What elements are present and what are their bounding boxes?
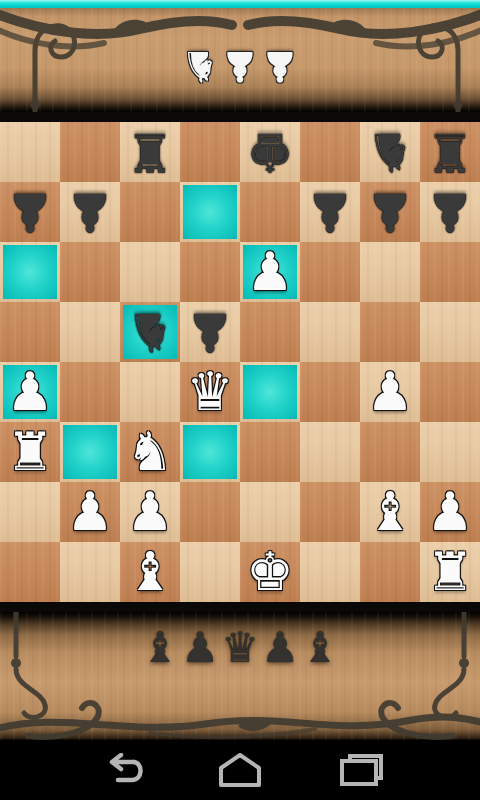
square-c5[interactable]: ♞ [120, 302, 180, 362]
square-c4[interactable] [120, 362, 180, 422]
square-e5[interactable] [240, 302, 300, 362]
move-highlight-a6 [3, 245, 57, 299]
piece-white-rook-a3[interactable]: ♜ [0, 422, 60, 482]
recents-button[interactable] [337, 753, 385, 787]
piece-white-rook-h1[interactable]: ♜ [420, 542, 480, 602]
square-a3[interactable]: ♜ [0, 422, 60, 482]
piece-white-knight-c3[interactable]: ♞ [120, 422, 180, 482]
square-h8[interactable]: ♜ [420, 122, 480, 182]
square-a8[interactable] [0, 122, 60, 182]
square-d6[interactable] [180, 242, 240, 302]
recents-icon [337, 753, 385, 787]
square-a4[interactable]: ♟ [0, 362, 60, 422]
square-e1[interactable]: ♚ [240, 542, 300, 602]
home-button[interactable] [216, 753, 264, 787]
piece-white-pawn-b2[interactable]: ♟ [60, 482, 120, 542]
captured-white-pawn: ♟ [260, 38, 300, 94]
square-b1[interactable] [60, 542, 120, 602]
square-d4[interactable]: ♛ [180, 362, 240, 422]
piece-black-pawn-a7[interactable]: ♟ [0, 182, 60, 242]
square-g4[interactable]: ♟ [360, 362, 420, 422]
captured-black-tray: ♝♟♛♟♝ [0, 620, 480, 676]
wood-panel-bottom: ♝♟♛♟♝ [0, 612, 480, 740]
piece-white-pawn-e6[interactable]: ♟ [240, 242, 300, 302]
square-f1[interactable] [300, 542, 360, 602]
square-g2[interactable]: ♝ [360, 482, 420, 542]
square-c7[interactable] [120, 182, 180, 242]
square-f5[interactable] [300, 302, 360, 362]
square-b7[interactable]: ♟ [60, 182, 120, 242]
square-d5[interactable]: ♟ [180, 302, 240, 362]
square-a5[interactable] [0, 302, 60, 362]
square-g1[interactable] [360, 542, 420, 602]
square-d2[interactable] [180, 482, 240, 542]
square-e6[interactable]: ♟ [240, 242, 300, 302]
square-h5[interactable] [420, 302, 480, 362]
square-d7[interactable] [180, 182, 240, 242]
board-top-edge [0, 112, 480, 122]
square-f8[interactable] [300, 122, 360, 182]
square-e8[interactable]: ♚ [240, 122, 300, 182]
square-f2[interactable] [300, 482, 360, 542]
home-icon [216, 753, 264, 787]
piece-white-pawn-h2[interactable]: ♟ [420, 482, 480, 542]
board-bottom-edge [0, 602, 480, 612]
square-c8[interactable]: ♜ [120, 122, 180, 182]
captured-black-pawn: ♟ [180, 620, 220, 676]
square-b4[interactable] [60, 362, 120, 422]
square-e2[interactable] [240, 482, 300, 542]
square-g7[interactable]: ♟ [360, 182, 420, 242]
square-b3[interactable] [60, 422, 120, 482]
app-screen: ♞♟♟ ♜♚♞♜♟♟♟♟♟♟♞♟♟♛♟♜♞♟♟♝♟♝♚♜ [0, 0, 480, 800]
square-g6[interactable] [360, 242, 420, 302]
back-button[interactable] [96, 753, 144, 787]
square-h3[interactable] [420, 422, 480, 482]
square-c6[interactable] [120, 242, 180, 302]
square-f7[interactable]: ♟ [300, 182, 360, 242]
move-highlight-d3 [183, 425, 237, 479]
piece-black-pawn-b7[interactable]: ♟ [60, 182, 120, 242]
piece-black-king-e8[interactable]: ♚ [240, 122, 300, 182]
square-b2[interactable]: ♟ [60, 482, 120, 542]
piece-white-queen-d4[interactable]: ♛ [180, 362, 240, 422]
move-highlight-e4 [243, 365, 297, 419]
square-e7[interactable] [240, 182, 300, 242]
move-highlight-d7 [183, 185, 237, 239]
square-d8[interactable] [180, 122, 240, 182]
square-a2[interactable] [0, 482, 60, 542]
piece-black-knight-c5[interactable]: ♞ [120, 302, 180, 362]
piece-black-rook-h8[interactable]: ♜ [420, 122, 480, 182]
square-g8[interactable]: ♞ [360, 122, 420, 182]
piece-white-pawn-a4[interactable]: ♟ [0, 362, 60, 422]
captured-black-bishop: ♝ [300, 620, 340, 676]
piece-white-bishop-c1[interactable]: ♝ [120, 542, 180, 602]
square-d3[interactable] [180, 422, 240, 482]
captured-white-knight: ♞ [180, 38, 220, 94]
captured-black-bishop: ♝ [140, 620, 180, 676]
square-f3[interactable] [300, 422, 360, 482]
piece-black-pawn-d5[interactable]: ♟ [180, 302, 240, 362]
square-a1[interactable] [0, 542, 60, 602]
square-g5[interactable] [360, 302, 420, 362]
board: ♜♚♞♜♟♟♟♟♟♟♞♟♟♛♟♜♞♟♟♝♟♝♚♜ [0, 122, 480, 602]
piece-black-pawn-h7[interactable]: ♟ [420, 182, 480, 242]
piece-black-knight-g8[interactable]: ♞ [360, 122, 420, 182]
captured-black-pawn: ♟ [260, 620, 300, 676]
piece-white-pawn-g4[interactable]: ♟ [360, 362, 420, 422]
piece-white-king-e1[interactable]: ♚ [240, 542, 300, 602]
back-icon [96, 753, 144, 787]
android-navbar [0, 740, 480, 800]
square-f4[interactable] [300, 362, 360, 422]
square-h6[interactable] [420, 242, 480, 302]
wood-panel-top: ♞♟♟ [0, 8, 480, 112]
captured-white-pawn: ♟ [220, 38, 260, 94]
square-e4[interactable] [240, 362, 300, 422]
square-h7[interactable]: ♟ [420, 182, 480, 242]
square-c2[interactable]: ♟ [120, 482, 180, 542]
square-b6[interactable] [60, 242, 120, 302]
square-b8[interactable] [60, 122, 120, 182]
square-h2[interactable]: ♟ [420, 482, 480, 542]
status-bar [0, 0, 480, 8]
square-h1[interactable]: ♜ [420, 542, 480, 602]
square-h4[interactable] [420, 362, 480, 422]
piece-black-rook-c8[interactable]: ♜ [120, 122, 180, 182]
square-e3[interactable] [240, 422, 300, 482]
piece-white-bishop-g2[interactable]: ♝ [360, 482, 420, 542]
square-f6[interactable] [300, 242, 360, 302]
captured-white-tray: ♞♟♟ [0, 38, 480, 94]
piece-black-pawn-f7[interactable]: ♟ [300, 182, 360, 242]
move-highlight-b3 [63, 425, 117, 479]
square-a7[interactable]: ♟ [0, 182, 60, 242]
square-g3[interactable] [360, 422, 420, 482]
piece-black-pawn-g7[interactable]: ♟ [360, 182, 420, 242]
square-d1[interactable] [180, 542, 240, 602]
square-a6[interactable] [0, 242, 60, 302]
square-c3[interactable]: ♞ [120, 422, 180, 482]
square-c1[interactable]: ♝ [120, 542, 180, 602]
piece-white-pawn-c2[interactable]: ♟ [120, 482, 180, 542]
square-b5[interactable] [60, 302, 120, 362]
captured-black-queen: ♛ [220, 620, 260, 676]
